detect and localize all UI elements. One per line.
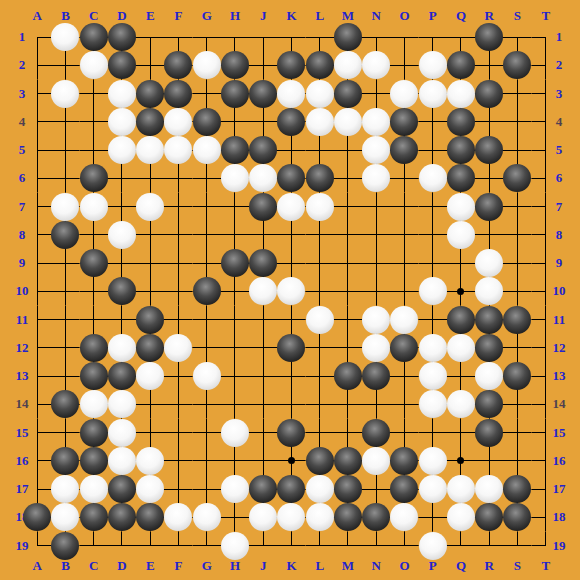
board-cell-H9[interactable] <box>221 249 249 277</box>
board-cell-S10[interactable] <box>503 277 531 305</box>
board-cell-N11[interactable] <box>362 306 390 334</box>
board-cell-P7[interactable] <box>419 193 447 221</box>
board-cell-E1[interactable] <box>136 23 164 51</box>
board-cell-Q15[interactable] <box>447 419 475 447</box>
board-cell-L16[interactable] <box>306 447 334 475</box>
board-cell-T12[interactable] <box>532 334 560 362</box>
board-cell-A18[interactable] <box>23 503 51 531</box>
board-cell-R19[interactable] <box>475 532 503 560</box>
board-cell-N13[interactable] <box>362 362 390 390</box>
board-cell-P18[interactable] <box>419 503 447 531</box>
board-cell-D5[interactable] <box>108 136 136 164</box>
board-cell-P11[interactable] <box>419 306 447 334</box>
board-cell-N4[interactable] <box>362 108 390 136</box>
board-cell-A7[interactable] <box>23 193 51 221</box>
board-cell-S2[interactable] <box>503 51 531 79</box>
board-cell-M18[interactable] <box>334 503 362 531</box>
board-cell-P1[interactable] <box>419 23 447 51</box>
board-cell-F19[interactable] <box>164 532 192 560</box>
board-cell-E5[interactable] <box>136 136 164 164</box>
board-cell-F6[interactable] <box>164 164 192 192</box>
board-cell-F4[interactable] <box>164 108 192 136</box>
board-cell-B1[interactable] <box>51 23 79 51</box>
board-cell-L2[interactable] <box>306 51 334 79</box>
board-cell-H4[interactable] <box>221 108 249 136</box>
board-cell-D18[interactable] <box>108 503 136 531</box>
board-cell-G10[interactable] <box>193 277 221 305</box>
board-cell-N10[interactable] <box>362 277 390 305</box>
board-cell-K1[interactable] <box>277 23 305 51</box>
board-cell-K10[interactable] <box>277 277 305 305</box>
board-cell-K8[interactable] <box>277 221 305 249</box>
board-cell-N9[interactable] <box>362 249 390 277</box>
board-cell-O9[interactable] <box>390 249 418 277</box>
board-cell-M17[interactable] <box>334 475 362 503</box>
board-cell-F14[interactable] <box>164 390 192 418</box>
board-cell-N3[interactable] <box>362 80 390 108</box>
board-cell-S8[interactable] <box>503 221 531 249</box>
board-cell-E4[interactable] <box>136 108 164 136</box>
board-cell-P4[interactable] <box>419 108 447 136</box>
board-cell-O5[interactable] <box>390 136 418 164</box>
board-cell-D2[interactable] <box>108 51 136 79</box>
board-cell-M12[interactable] <box>334 334 362 362</box>
board-cell-B6[interactable] <box>51 164 79 192</box>
board-cell-F7[interactable] <box>164 193 192 221</box>
board-cell-G3[interactable] <box>193 80 221 108</box>
board-cell-Q5[interactable] <box>447 136 475 164</box>
board-cell-J7[interactable] <box>249 193 277 221</box>
board-cell-J18[interactable] <box>249 503 277 531</box>
board-cell-R14[interactable] <box>475 390 503 418</box>
board-cell-Q8[interactable] <box>447 221 475 249</box>
board-cell-J1[interactable] <box>249 23 277 51</box>
board-cell-R4[interactable] <box>475 108 503 136</box>
board-cell-O3[interactable] <box>390 80 418 108</box>
board-cell-E3[interactable] <box>136 80 164 108</box>
board-cell-S15[interactable] <box>503 419 531 447</box>
board-cell-O6[interactable] <box>390 164 418 192</box>
board-cell-D10[interactable] <box>108 277 136 305</box>
board-cell-T4[interactable] <box>532 108 560 136</box>
board-cell-S17[interactable] <box>503 475 531 503</box>
board-cell-C2[interactable] <box>80 51 108 79</box>
board-cell-G7[interactable] <box>193 193 221 221</box>
board-cell-T19[interactable] <box>532 532 560 560</box>
board-cell-C6[interactable] <box>80 164 108 192</box>
board-cell-E18[interactable] <box>136 503 164 531</box>
board-cell-R15[interactable] <box>475 419 503 447</box>
board-cell-G6[interactable] <box>193 164 221 192</box>
board-cell-O7[interactable] <box>390 193 418 221</box>
board-cell-T15[interactable] <box>532 419 560 447</box>
board-cell-N14[interactable] <box>362 390 390 418</box>
board-cell-J10[interactable] <box>249 277 277 305</box>
board-cell-O12[interactable] <box>390 334 418 362</box>
board-cell-B15[interactable] <box>51 419 79 447</box>
board-cell-L8[interactable] <box>306 221 334 249</box>
board-cell-P10[interactable] <box>419 277 447 305</box>
board-cell-A14[interactable] <box>23 390 51 418</box>
board-cell-E15[interactable] <box>136 419 164 447</box>
board-cell-S1[interactable] <box>503 23 531 51</box>
board-cell-E16[interactable] <box>136 447 164 475</box>
board-cell-B14[interactable] <box>51 390 79 418</box>
board-cell-J2[interactable] <box>249 51 277 79</box>
board-cell-N18[interactable] <box>362 503 390 531</box>
board-cell-A19[interactable] <box>23 532 51 560</box>
board-cell-P14[interactable] <box>419 390 447 418</box>
board-cell-Q9[interactable] <box>447 249 475 277</box>
board-cell-E11[interactable] <box>136 306 164 334</box>
board-cell-H5[interactable] <box>221 136 249 164</box>
board-cell-J5[interactable] <box>249 136 277 164</box>
board-cell-O17[interactable] <box>390 475 418 503</box>
board-cell-K11[interactable] <box>277 306 305 334</box>
board-cell-H12[interactable] <box>221 334 249 362</box>
board-cell-R7[interactable] <box>475 193 503 221</box>
board-cell-R18[interactable] <box>475 503 503 531</box>
board-cell-O11[interactable] <box>390 306 418 334</box>
board-cell-H11[interactable] <box>221 306 249 334</box>
board-cell-G13[interactable] <box>193 362 221 390</box>
board-cell-T2[interactable] <box>532 51 560 79</box>
board-cell-F15[interactable] <box>164 419 192 447</box>
board-cell-J4[interactable] <box>249 108 277 136</box>
board-cell-G11[interactable] <box>193 306 221 334</box>
board-cell-S14[interactable] <box>503 390 531 418</box>
board-cell-A6[interactable] <box>23 164 51 192</box>
board-cell-L4[interactable] <box>306 108 334 136</box>
board-cell-H17[interactable] <box>221 475 249 503</box>
board-cell-S19[interactable] <box>503 532 531 560</box>
board-cell-N5[interactable] <box>362 136 390 164</box>
board-cell-C14[interactable] <box>80 390 108 418</box>
board-cell-Q19[interactable] <box>447 532 475 560</box>
board-cell-C13[interactable] <box>80 362 108 390</box>
board-cell-C5[interactable] <box>80 136 108 164</box>
board-cell-K14[interactable] <box>277 390 305 418</box>
board-cell-P2[interactable] <box>419 51 447 79</box>
board-cell-C12[interactable] <box>80 334 108 362</box>
board-cell-H7[interactable] <box>221 193 249 221</box>
board-cell-D6[interactable] <box>108 164 136 192</box>
board-cell-D3[interactable] <box>108 80 136 108</box>
board-cell-T8[interactable] <box>532 221 560 249</box>
board-cell-N7[interactable] <box>362 193 390 221</box>
board-cell-R2[interactable] <box>475 51 503 79</box>
board-cell-K2[interactable] <box>277 51 305 79</box>
board-cell-L17[interactable] <box>306 475 334 503</box>
board-cell-N6[interactable] <box>362 164 390 192</box>
board-cell-S7[interactable] <box>503 193 531 221</box>
board-cell-B3[interactable] <box>51 80 79 108</box>
board-cell-T10[interactable] <box>532 277 560 305</box>
board-cell-O18[interactable] <box>390 503 418 531</box>
board-cell-B18[interactable] <box>51 503 79 531</box>
board-cell-J17[interactable] <box>249 475 277 503</box>
board-cell-P5[interactable] <box>419 136 447 164</box>
board-cell-B7[interactable] <box>51 193 79 221</box>
board-cell-T1[interactable] <box>532 23 560 51</box>
board-cell-J15[interactable] <box>249 419 277 447</box>
board-cell-G9[interactable] <box>193 249 221 277</box>
board-cell-T9[interactable] <box>532 249 560 277</box>
board-cell-E17[interactable] <box>136 475 164 503</box>
board-cell-C18[interactable] <box>80 503 108 531</box>
board-cell-G16[interactable] <box>193 447 221 475</box>
board-cell-Q16[interactable] <box>447 447 475 475</box>
board-cell-K6[interactable] <box>277 164 305 192</box>
board-cell-T13[interactable] <box>532 362 560 390</box>
board-cell-S11[interactable] <box>503 306 531 334</box>
board-cell-E8[interactable] <box>136 221 164 249</box>
board-cell-D13[interactable] <box>108 362 136 390</box>
board-cell-S12[interactable] <box>503 334 531 362</box>
board-cell-M11[interactable] <box>334 306 362 334</box>
board-cell-R10[interactable] <box>475 277 503 305</box>
board-cell-G19[interactable] <box>193 532 221 560</box>
board-cell-D15[interactable] <box>108 419 136 447</box>
board-cell-J19[interactable] <box>249 532 277 560</box>
board-cell-G15[interactable] <box>193 419 221 447</box>
board-cell-T6[interactable] <box>532 164 560 192</box>
board-cell-P6[interactable] <box>419 164 447 192</box>
board-cell-D11[interactable] <box>108 306 136 334</box>
board-cell-Q17[interactable] <box>447 475 475 503</box>
board-cell-O14[interactable] <box>390 390 418 418</box>
board-cell-Q6[interactable] <box>447 164 475 192</box>
board-cell-S5[interactable] <box>503 136 531 164</box>
board-cell-R9[interactable] <box>475 249 503 277</box>
board-cell-E10[interactable] <box>136 277 164 305</box>
board-cell-B4[interactable] <box>51 108 79 136</box>
board-cell-A3[interactable] <box>23 80 51 108</box>
board-cell-J11[interactable] <box>249 306 277 334</box>
board-cell-D12[interactable] <box>108 334 136 362</box>
board-cell-P8[interactable] <box>419 221 447 249</box>
board-cell-M9[interactable] <box>334 249 362 277</box>
board-cell-C16[interactable] <box>80 447 108 475</box>
board-cell-P9[interactable] <box>419 249 447 277</box>
board-cell-D7[interactable] <box>108 193 136 221</box>
board-cell-B17[interactable] <box>51 475 79 503</box>
board-cell-M3[interactable] <box>334 80 362 108</box>
board-cell-L6[interactable] <box>306 164 334 192</box>
board-cell-B11[interactable] <box>51 306 79 334</box>
board-cell-G14[interactable] <box>193 390 221 418</box>
board-cell-C11[interactable] <box>80 306 108 334</box>
board-cell-G8[interactable] <box>193 221 221 249</box>
board-cell-F2[interactable] <box>164 51 192 79</box>
board-cell-J9[interactable] <box>249 249 277 277</box>
board-cell-L10[interactable] <box>306 277 334 305</box>
board-cell-L19[interactable] <box>306 532 334 560</box>
board-cell-F3[interactable] <box>164 80 192 108</box>
board-cell-F11[interactable] <box>164 306 192 334</box>
board-cell-G12[interactable] <box>193 334 221 362</box>
board-cell-O8[interactable] <box>390 221 418 249</box>
board-cell-H18[interactable] <box>221 503 249 531</box>
board-cell-K5[interactable] <box>277 136 305 164</box>
board-cell-D14[interactable] <box>108 390 136 418</box>
board-cell-H14[interactable] <box>221 390 249 418</box>
board-cell-H3[interactable] <box>221 80 249 108</box>
board-cell-L7[interactable] <box>306 193 334 221</box>
board-cell-R8[interactable] <box>475 221 503 249</box>
board-cell-A16[interactable] <box>23 447 51 475</box>
board-cell-F16[interactable] <box>164 447 192 475</box>
board-cell-G18[interactable] <box>193 503 221 531</box>
board-cell-C17[interactable] <box>80 475 108 503</box>
board-cell-F5[interactable] <box>164 136 192 164</box>
board-cell-D9[interactable] <box>108 249 136 277</box>
board-cell-R11[interactable] <box>475 306 503 334</box>
board-cell-Q3[interactable] <box>447 80 475 108</box>
board-cell-M13[interactable] <box>334 362 362 390</box>
board-cell-O4[interactable] <box>390 108 418 136</box>
board-cell-E6[interactable] <box>136 164 164 192</box>
board-cell-K4[interactable] <box>277 108 305 136</box>
board-cell-J8[interactable] <box>249 221 277 249</box>
board-cell-Q12[interactable] <box>447 334 475 362</box>
board-cell-R12[interactable] <box>475 334 503 362</box>
board-cell-P3[interactable] <box>419 80 447 108</box>
board-cell-L3[interactable] <box>306 80 334 108</box>
board-cell-J3[interactable] <box>249 80 277 108</box>
board-cell-P13[interactable] <box>419 362 447 390</box>
board-cell-A4[interactable] <box>23 108 51 136</box>
board-cell-D1[interactable] <box>108 23 136 51</box>
board-cell-L9[interactable] <box>306 249 334 277</box>
board-cell-A5[interactable] <box>23 136 51 164</box>
board-cell-N12[interactable] <box>362 334 390 362</box>
board-cell-H15[interactable] <box>221 419 249 447</box>
board-cell-L11[interactable] <box>306 306 334 334</box>
board-cell-S4[interactable] <box>503 108 531 136</box>
board-cell-O13[interactable] <box>390 362 418 390</box>
board-cell-R3[interactable] <box>475 80 503 108</box>
board-cell-L18[interactable] <box>306 503 334 531</box>
board-cell-B19[interactable] <box>51 532 79 560</box>
board-cell-T16[interactable] <box>532 447 560 475</box>
board-cell-M7[interactable] <box>334 193 362 221</box>
board-cell-Q1[interactable] <box>447 23 475 51</box>
board-cell-E19[interactable] <box>136 532 164 560</box>
board-cell-S16[interactable] <box>503 447 531 475</box>
board-cell-M8[interactable] <box>334 221 362 249</box>
board-cell-C9[interactable] <box>80 249 108 277</box>
board-cell-T7[interactable] <box>532 193 560 221</box>
board-cell-B8[interactable] <box>51 221 79 249</box>
board-cell-K17[interactable] <box>277 475 305 503</box>
board-cell-J13[interactable] <box>249 362 277 390</box>
board-cell-T17[interactable] <box>532 475 560 503</box>
board-cell-N1[interactable] <box>362 23 390 51</box>
board-cell-C7[interactable] <box>80 193 108 221</box>
board-cell-M15[interactable] <box>334 419 362 447</box>
board-cell-Q11[interactable] <box>447 306 475 334</box>
board-cell-M16[interactable] <box>334 447 362 475</box>
board-cell-K3[interactable] <box>277 80 305 108</box>
board-cell-P17[interactable] <box>419 475 447 503</box>
board-cell-K18[interactable] <box>277 503 305 531</box>
board-cell-A12[interactable] <box>23 334 51 362</box>
board-cell-F18[interactable] <box>164 503 192 531</box>
board-cell-C1[interactable] <box>80 23 108 51</box>
board-cell-B5[interactable] <box>51 136 79 164</box>
board-cell-A11[interactable] <box>23 306 51 334</box>
board-cell-D17[interactable] <box>108 475 136 503</box>
board-cell-N8[interactable] <box>362 221 390 249</box>
board-cell-A1[interactable] <box>23 23 51 51</box>
board-cell-K19[interactable] <box>277 532 305 560</box>
board-cell-C3[interactable] <box>80 80 108 108</box>
board-cell-F13[interactable] <box>164 362 192 390</box>
board-cell-G17[interactable] <box>193 475 221 503</box>
board-cell-N17[interactable] <box>362 475 390 503</box>
board-cell-G1[interactable] <box>193 23 221 51</box>
board-cell-E7[interactable] <box>136 193 164 221</box>
board-cell-T14[interactable] <box>532 390 560 418</box>
board-cell-A10[interactable] <box>23 277 51 305</box>
board-cell-R17[interactable] <box>475 475 503 503</box>
board-cell-C10[interactable] <box>80 277 108 305</box>
board-cell-T11[interactable] <box>532 306 560 334</box>
board-cell-D19[interactable] <box>108 532 136 560</box>
board-cell-S3[interactable] <box>503 80 531 108</box>
board-cell-H8[interactable] <box>221 221 249 249</box>
board-cell-O15[interactable] <box>390 419 418 447</box>
board-cell-S6[interactable] <box>503 164 531 192</box>
board-cell-P16[interactable] <box>419 447 447 475</box>
board-cell-D16[interactable] <box>108 447 136 475</box>
board-cell-M6[interactable] <box>334 164 362 192</box>
board-cell-C4[interactable] <box>80 108 108 136</box>
board-cell-K16[interactable] <box>277 447 305 475</box>
board-cell-Q7[interactable] <box>447 193 475 221</box>
board-cell-Q2[interactable] <box>447 51 475 79</box>
board-cell-L1[interactable] <box>306 23 334 51</box>
board-cell-O2[interactable] <box>390 51 418 79</box>
board-cell-E12[interactable] <box>136 334 164 362</box>
board-cell-M5[interactable] <box>334 136 362 164</box>
board-cell-E13[interactable] <box>136 362 164 390</box>
board-cell-Q10[interactable] <box>447 277 475 305</box>
board-cell-Q4[interactable] <box>447 108 475 136</box>
board-cell-M2[interactable] <box>334 51 362 79</box>
board-cell-C15[interactable] <box>80 419 108 447</box>
board-cell-B16[interactable] <box>51 447 79 475</box>
board-cell-R13[interactable] <box>475 362 503 390</box>
board-cell-F8[interactable] <box>164 221 192 249</box>
board-cell-E14[interactable] <box>136 390 164 418</box>
board-cell-N19[interactable] <box>362 532 390 560</box>
board-cell-O10[interactable] <box>390 277 418 305</box>
board-cell-A13[interactable] <box>23 362 51 390</box>
board-cell-H1[interactable] <box>221 23 249 51</box>
board-cell-G2[interactable] <box>193 51 221 79</box>
board-cell-N15[interactable] <box>362 419 390 447</box>
board-cell-S13[interactable] <box>503 362 531 390</box>
board-cell-L13[interactable] <box>306 362 334 390</box>
board-cell-T5[interactable] <box>532 136 560 164</box>
board-cell-O19[interactable] <box>390 532 418 560</box>
board-cell-D4[interactable] <box>108 108 136 136</box>
board-cell-H2[interactable] <box>221 51 249 79</box>
board-cell-A15[interactable] <box>23 419 51 447</box>
board-cell-L15[interactable] <box>306 419 334 447</box>
